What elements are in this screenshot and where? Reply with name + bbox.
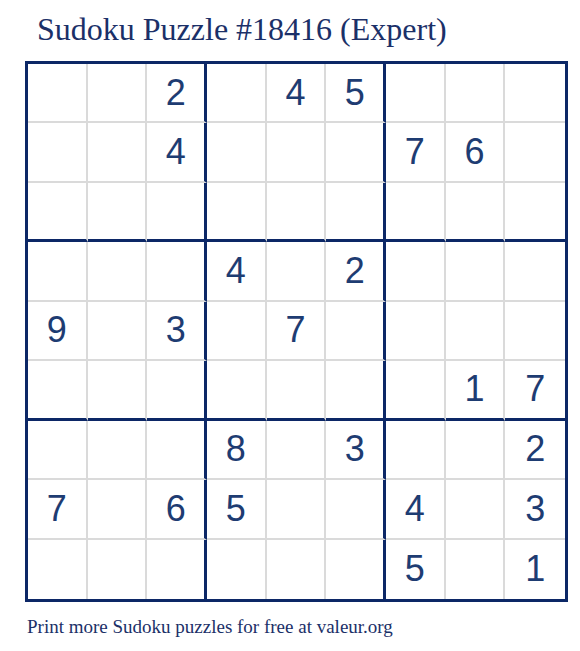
cell-r3c3[interactable] (147, 183, 207, 242)
cell-r3c4[interactable] (207, 183, 267, 242)
cell-r4c4[interactable]: 4 (207, 242, 267, 301)
cell-r4c9[interactable] (505, 242, 565, 301)
cell-r5c5[interactable]: 7 (267, 302, 327, 361)
cell-r4c6[interactable]: 2 (326, 242, 386, 301)
cell-r9c9[interactable]: 1 (505, 540, 565, 599)
cell-r1c3[interactable]: 2 (147, 64, 207, 123)
cell-r9c8[interactable] (446, 540, 506, 599)
cell-r1c9[interactable] (505, 64, 565, 123)
cell-r4c8[interactable] (446, 242, 506, 301)
cell-r1c8[interactable] (446, 64, 506, 123)
cell-r7c8[interactable] (446, 421, 506, 480)
cell-r5c8[interactable] (446, 302, 506, 361)
cell-r4c2[interactable] (88, 242, 148, 301)
cell-r8c1[interactable]: 7 (28, 480, 88, 539)
cell-r9c3[interactable] (147, 540, 207, 599)
cell-r9c7[interactable]: 5 (386, 540, 446, 599)
cell-r7c4[interactable]: 8 (207, 421, 267, 480)
cell-r9c4[interactable] (207, 540, 267, 599)
cell-r5c3[interactable]: 3 (147, 302, 207, 361)
cell-r1c5[interactable]: 4 (267, 64, 327, 123)
cell-r2c7[interactable]: 7 (386, 123, 446, 182)
cell-r6c6[interactable] (326, 361, 386, 420)
cell-r2c2[interactable] (88, 123, 148, 182)
cell-r3c7[interactable] (386, 183, 446, 242)
cell-r7c2[interactable] (88, 421, 148, 480)
cell-r2c5[interactable] (267, 123, 327, 182)
cell-r9c6[interactable] (326, 540, 386, 599)
cell-r8c6[interactable] (326, 480, 386, 539)
cell-r3c1[interactable] (28, 183, 88, 242)
cell-r5c7[interactable] (386, 302, 446, 361)
page-title: Sudoku Puzzle #18416 (Expert) (37, 13, 447, 45)
footer-text: Print more Sudoku puzzles for free at va… (27, 617, 393, 636)
cell-r7c1[interactable] (28, 421, 88, 480)
cell-r9c5[interactable] (267, 540, 327, 599)
cell-r1c1[interactable] (28, 64, 88, 123)
cell-r1c2[interactable] (88, 64, 148, 123)
cell-r6c8[interactable]: 1 (446, 361, 506, 420)
cell-r5c9[interactable] (505, 302, 565, 361)
cell-r2c4[interactable] (207, 123, 267, 182)
cell-r6c4[interactable] (207, 361, 267, 420)
cell-r3c9[interactable] (505, 183, 565, 242)
cell-r6c1[interactable] (28, 361, 88, 420)
cell-r4c5[interactable] (267, 242, 327, 301)
cell-r2c6[interactable] (326, 123, 386, 182)
cell-r4c7[interactable] (386, 242, 446, 301)
cell-r9c2[interactable] (88, 540, 148, 599)
cell-r4c3[interactable] (147, 242, 207, 301)
cell-r7c6[interactable]: 3 (326, 421, 386, 480)
cell-r1c4[interactable] (207, 64, 267, 123)
cell-r1c7[interactable] (386, 64, 446, 123)
cell-r3c6[interactable] (326, 183, 386, 242)
cell-r2c1[interactable] (28, 123, 88, 182)
cell-r6c7[interactable] (386, 361, 446, 420)
cell-r5c2[interactable] (88, 302, 148, 361)
cell-r5c6[interactable] (326, 302, 386, 361)
cell-r6c9[interactable]: 7 (505, 361, 565, 420)
cell-r8c4[interactable]: 5 (207, 480, 267, 539)
cell-r7c7[interactable] (386, 421, 446, 480)
cell-r2c9[interactable] (505, 123, 565, 182)
cell-r5c1[interactable]: 9 (28, 302, 88, 361)
cell-r6c3[interactable] (147, 361, 207, 420)
cell-r2c8[interactable]: 6 (446, 123, 506, 182)
cell-r9c1[interactable] (28, 540, 88, 599)
cell-r6c2[interactable] (88, 361, 148, 420)
cell-r8c5[interactable] (267, 480, 327, 539)
cell-r1c6[interactable]: 5 (326, 64, 386, 123)
cell-r8c7[interactable]: 4 (386, 480, 446, 539)
cell-r3c8[interactable] (446, 183, 506, 242)
cell-r7c5[interactable] (267, 421, 327, 480)
cell-r7c9[interactable]: 2 (505, 421, 565, 480)
cell-r5c4[interactable] (207, 302, 267, 361)
cell-r8c3[interactable]: 6 (147, 480, 207, 539)
cell-r3c2[interactable] (88, 183, 148, 242)
sudoku-board: 24547642937178327654351 (25, 61, 568, 602)
cell-r6c5[interactable] (267, 361, 327, 420)
cell-r2c3[interactable]: 4 (147, 123, 207, 182)
cell-r3c5[interactable] (267, 183, 327, 242)
cell-r7c3[interactable] (147, 421, 207, 480)
cell-r8c2[interactable] (88, 480, 148, 539)
cell-r4c1[interactable] (28, 242, 88, 301)
cell-r8c9[interactable]: 3 (505, 480, 565, 539)
cell-r8c8[interactable] (446, 480, 506, 539)
